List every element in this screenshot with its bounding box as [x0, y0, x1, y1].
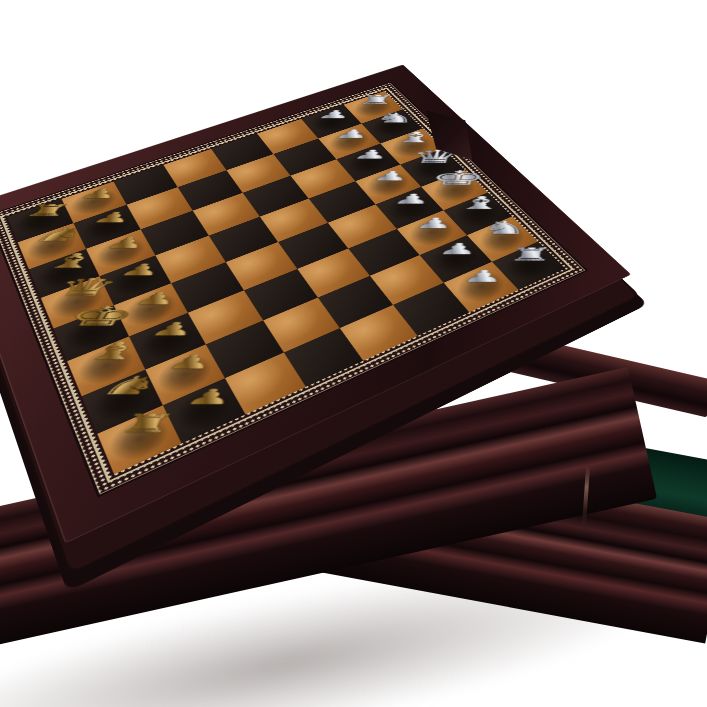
square-h6 — [225, 353, 306, 415]
pawn-glyph: ♟ — [65, 185, 134, 201]
square-g7 — [145, 344, 225, 405]
square-e7 — [114, 283, 188, 336]
queen-glyph: ♛ — [45, 274, 127, 302]
piece-shadow — [45, 279, 110, 325]
piece-black-pawn-g7: ♟ — [150, 350, 231, 374]
pawn-glyph: ♟ — [323, 127, 382, 141]
bishop-glyph: ♝ — [72, 337, 157, 366]
piece-white-pawn-a2: ♟ — [305, 108, 363, 121]
piece-shadow — [72, 340, 141, 393]
piece-black-bishop-c8: ♝ — [33, 249, 111, 273]
piece-white-pawn-h2: ♟ — [449, 266, 516, 286]
pawn-glyph: ♟ — [305, 108, 363, 121]
pawn-glyph: ♟ — [381, 191, 444, 208]
square-e6 — [171, 262, 244, 313]
pawn-glyph: ♟ — [134, 318, 212, 340]
square-f8 — [67, 336, 145, 396]
piece-black-bishop-f8: ♝ — [72, 337, 157, 366]
piece-shadow — [118, 286, 184, 333]
piece-white-pawn-d2: ♟ — [360, 168, 421, 184]
square-d8 — [41, 276, 114, 328]
product-photo-chess-set: chess ♜♞♝♛♚♝♞♜♟♟♟♟♟♟♟♟♟♟♟♟♟♟♟♟♜♞♝♛♚♝♞♜ — [0, 0, 707, 707]
square-f5 — [244, 269, 318, 320]
rook-glyph: ♜ — [102, 409, 190, 439]
king-glyph: ♚ — [426, 167, 488, 190]
piece-black-pawn-h7: ♟ — [168, 384, 251, 410]
piece-white-pawn-g2: ♟ — [425, 240, 491, 259]
square-e8 — [54, 305, 130, 361]
lid-mahogany-frame: ♜♞♝♛♚♝♞♜♟♟♟♟♟♟♟♟♟♟♟♟♟♟♟♟♜♞♝♛♚♝♞♜ — [0, 65, 631, 544]
pawn-glyph: ♟ — [118, 288, 194, 309]
pawn-glyph: ♟ — [425, 240, 491, 259]
square-f7 — [129, 313, 206, 370]
piece-shadow — [168, 382, 241, 440]
knight-glyph: ♞ — [22, 224, 97, 246]
square-h4 — [340, 305, 418, 361]
pawn-glyph: ♟ — [341, 147, 401, 162]
piece-white-knight-g1: ♞ — [473, 217, 537, 238]
square-g5 — [263, 298, 340, 353]
square-g8 — [82, 370, 163, 434]
piece-white-rook-h1: ♜ — [498, 244, 563, 265]
board-scene: ♜♞♝♛♚♝♞♜♟♟♟♟♟♟♟♟♟♟♟♟♟♟♟♟♜♞♝♛♚♝♞♜ — [0, 0, 707, 707]
rook-glyph: ♜ — [498, 244, 563, 265]
piece-white-pawn-f2: ♟ — [402, 214, 466, 232]
piece-black-king-e8: ♚ — [58, 301, 143, 333]
square-h3 — [393, 283, 469, 336]
piece-white-pawn-c2: ♟ — [341, 147, 401, 162]
bishop-glyph: ♝ — [33, 249, 111, 273]
piece-black-knight-g8: ♞ — [87, 371, 174, 401]
pawn-glyph: ♟ — [360, 168, 421, 184]
board-lid: ♜♞♝♛♚♝♞♜♟♟♟♟♟♟♟♟♟♟♟♟♟♟♟♟♜♞♝♛♚♝♞♜ — [0, 65, 631, 544]
piece-shadow — [150, 348, 220, 402]
pawn-glyph: ♟ — [449, 266, 516, 286]
square-f4 — [297, 248, 370, 297]
piece-white-rook-a1: ♜ — [348, 93, 404, 107]
piece-black-knight-b8: ♞ — [22, 224, 97, 246]
knight-glyph: ♞ — [473, 217, 537, 238]
square-h5 — [284, 328, 363, 387]
piece-shadow — [102, 409, 177, 470]
square-h8 — [97, 405, 181, 474]
piece-black-queen-d8: ♛ — [45, 274, 127, 302]
square-e5 — [226, 242, 298, 290]
piece-white-pawn-e2: ♟ — [381, 191, 444, 208]
bishop-glyph: ♝ — [449, 193, 512, 214]
piece-black-rook-a8: ♜ — [11, 201, 84, 220]
piece-shadow — [448, 265, 514, 310]
knight-glyph: ♞ — [87, 371, 174, 401]
piece-black-pawn-e7: ♟ — [118, 288, 194, 309]
square-g6 — [206, 320, 284, 378]
pieces-layer: ♜♞♝♛♚♝♞♜♟♟♟♟♟♟♟♟♟♟♟♟♟♟♟♟♜♞♝♛♚♝♞♜ — [7, 91, 565, 474]
rook-glyph: ♜ — [11, 201, 84, 220]
piece-black-pawn-f7: ♟ — [134, 318, 212, 340]
square-g3 — [370, 255, 444, 305]
pawn-glyph: ♟ — [168, 384, 251, 410]
rook-glyph: ♜ — [348, 93, 404, 107]
piece-shadow — [86, 373, 158, 430]
chessboard: ♜♞♝♛♚♝♞♜♟♟♟♟♟♟♟♟♟♟♟♟♟♟♟♟♜♞♝♛♚♝♞♜ — [7, 91, 565, 474]
square-h7 — [163, 378, 246, 443]
square-f6 — [188, 290, 263, 344]
piece-black-pawn-a7: ♟ — [65, 185, 134, 201]
piece-white-knight-b1: ♞ — [366, 110, 424, 126]
piece-white-bishop-f1: ♝ — [449, 193, 512, 214]
piece-shadow — [133, 316, 201, 366]
piece-white-pawn-b2: ♟ — [323, 127, 382, 141]
square-g4 — [318, 276, 393, 328]
piece-shadow — [58, 308, 125, 357]
piece-white-king-e1: ♚ — [426, 167, 488, 190]
knight-glyph: ♞ — [366, 110, 424, 126]
king-glyph: ♚ — [58, 301, 143, 333]
pawn-glyph: ♟ — [150, 350, 231, 374]
pawn-glyph: ♟ — [402, 214, 466, 232]
piece-black-rook-h8: ♜ — [102, 409, 190, 439]
